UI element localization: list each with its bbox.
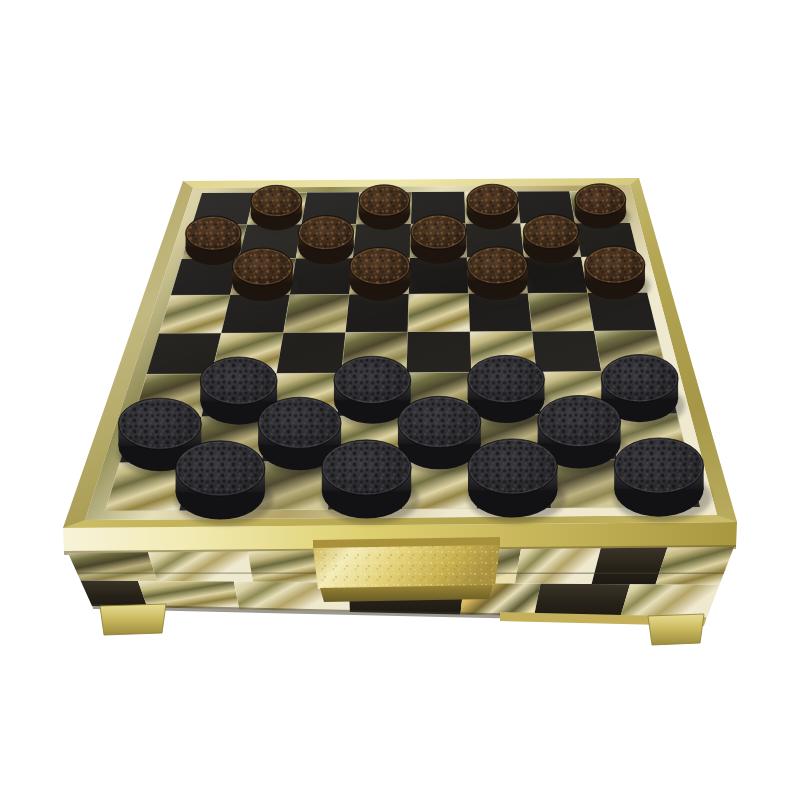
checker-bronze-f8[interactable] [466,184,522,232]
horn-veneer-tile [68,552,157,581]
clasp-hammered-texture [313,545,500,589]
checker-black-h1[interactable] [613,438,711,522]
checker-bronze-e7[interactable] [410,215,471,267]
checker-bronze-h8[interactable] [574,184,630,232]
horn-veneer-tile [656,547,735,585]
checker-black-d1[interactable] [321,440,419,524]
horn-veneer-tile [81,581,148,608]
checkers-board-scene [0,0,800,800]
box-base [63,522,737,645]
horn-veneer-tile [592,548,668,585]
checker-bronze-b8[interactable] [250,185,306,233]
checker-black-f1[interactable] [467,439,565,523]
checker-black-b1[interactable] [175,441,273,525]
checker-bronze-f6[interactable] [467,247,533,304]
checker-bronze-d8[interactable] [358,185,414,233]
brass-clasp[interactable] [313,537,500,602]
checker-bronze-b6[interactable] [232,248,298,305]
product-photo-checkers-set [0,0,800,800]
brass-foot-right [648,614,704,645]
checker-bronze-h6[interactable] [584,246,650,303]
checker-bronze-d6[interactable] [349,247,415,304]
horn-veneer-tile [620,584,719,620]
checker-bronze-c7[interactable] [298,215,359,267]
checker-bronze-g7[interactable] [523,214,584,266]
brass-foot-left [100,604,166,635]
horn-veneer-tile [534,584,630,618]
horn-veneer-tile [148,551,253,581]
horn-veneer-tile [515,548,601,584]
